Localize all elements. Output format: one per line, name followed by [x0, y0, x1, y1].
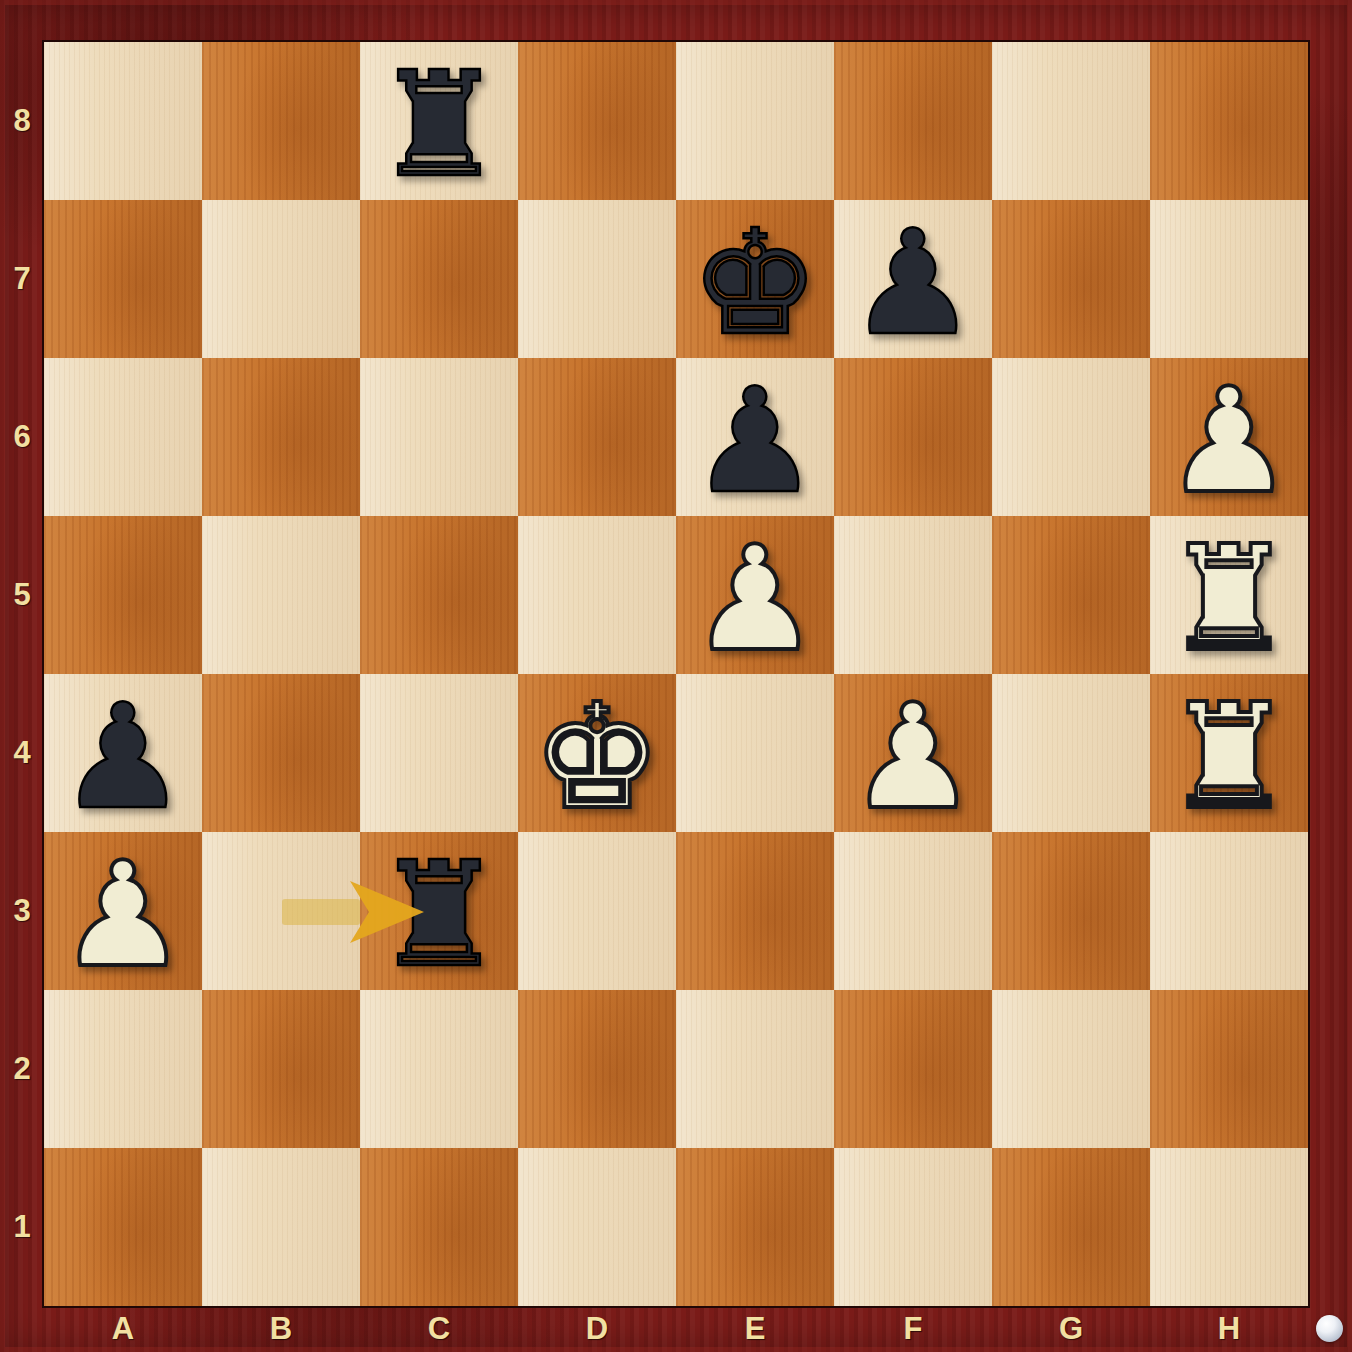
chess-board: ♜♚♟♟♟♟♜♟♚♟♜♟♜ [44, 42, 1308, 1306]
square-b2[interactable] [202, 990, 360, 1148]
rank-labels: 87654321 [0, 42, 44, 1306]
square-f8[interactable] [834, 42, 992, 200]
white-king[interactable]: ♚ [532, 684, 662, 829]
square-b8[interactable] [202, 42, 360, 200]
white-pawn[interactable]: ♟ [58, 842, 188, 987]
square-e4[interactable] [676, 674, 834, 832]
square-e2[interactable] [676, 990, 834, 1148]
square-g1[interactable] [992, 1148, 1150, 1306]
file-label-c: C [360, 1306, 518, 1352]
square-g2[interactable] [992, 990, 1150, 1148]
square-f6[interactable] [834, 358, 992, 516]
square-e6[interactable]: ♟ [676, 358, 834, 516]
black-pawn[interactable]: ♟ [848, 210, 978, 355]
square-b4[interactable] [202, 674, 360, 832]
square-e5[interactable]: ♟ [676, 516, 834, 674]
square-f5[interactable] [834, 516, 992, 674]
square-d4[interactable]: ♚ [518, 674, 676, 832]
black-pawn[interactable]: ♟ [690, 368, 820, 513]
white-to-move-indicator [1316, 1315, 1343, 1342]
square-c3[interactable]: ♜ [360, 832, 518, 990]
square-a8[interactable] [44, 42, 202, 200]
square-a3[interactable]: ♟ [44, 832, 202, 990]
square-h7[interactable] [1150, 200, 1308, 358]
square-e1[interactable] [676, 1148, 834, 1306]
square-e7[interactable]: ♚ [676, 200, 834, 358]
square-d1[interactable] [518, 1148, 676, 1306]
square-f1[interactable] [834, 1148, 992, 1306]
square-h6[interactable]: ♟ [1150, 358, 1308, 516]
square-b6[interactable] [202, 358, 360, 516]
rank-label-7: 7 [0, 200, 44, 358]
square-b7[interactable] [202, 200, 360, 358]
square-a1[interactable] [44, 1148, 202, 1306]
rank-label-4: 4 [0, 674, 44, 832]
square-c2[interactable] [360, 990, 518, 1148]
white-pawn[interactable]: ♟ [848, 684, 978, 829]
square-c5[interactable] [360, 516, 518, 674]
file-label-h: H [1150, 1306, 1308, 1352]
black-pawn[interactable]: ♟ [58, 684, 188, 829]
file-labels: ABCDEFGH [44, 1306, 1308, 1352]
file-label-g: G [992, 1306, 1150, 1352]
square-a4[interactable]: ♟ [44, 674, 202, 832]
rank-label-5: 5 [0, 516, 44, 674]
square-b1[interactable] [202, 1148, 360, 1306]
file-label-b: B [202, 1306, 360, 1352]
square-d5[interactable] [518, 516, 676, 674]
white-pawn[interactable]: ♟ [1164, 368, 1294, 513]
square-c4[interactable] [360, 674, 518, 832]
board-frame: ♜♚♟♟♟♟♜♟♚♟♜♟♜ 87654321 ABCDEFGH [0, 0, 1352, 1352]
file-label-f: F [834, 1306, 992, 1352]
square-g5[interactable] [992, 516, 1150, 674]
file-label-a: A [44, 1306, 202, 1352]
square-d7[interactable] [518, 200, 676, 358]
square-e8[interactable] [676, 42, 834, 200]
square-a7[interactable] [44, 200, 202, 358]
square-g3[interactable] [992, 832, 1150, 990]
rank-label-2: 2 [0, 990, 44, 1148]
black-rook[interactable]: ♜ [374, 842, 504, 987]
square-a5[interactable] [44, 516, 202, 674]
square-d8[interactable] [518, 42, 676, 200]
black-rook[interactable]: ♜ [374, 52, 504, 197]
square-c1[interactable] [360, 1148, 518, 1306]
rank-label-1: 1 [0, 1148, 44, 1306]
square-f2[interactable] [834, 990, 992, 1148]
square-g4[interactable] [992, 674, 1150, 832]
white-rook[interactable]: ♜ [1164, 526, 1294, 671]
square-h4[interactable]: ♜ [1150, 674, 1308, 832]
square-c6[interactable] [360, 358, 518, 516]
white-pawn[interactable]: ♟ [690, 526, 820, 671]
square-f7[interactable]: ♟ [834, 200, 992, 358]
black-king[interactable]: ♚ [690, 210, 820, 355]
square-d2[interactable] [518, 990, 676, 1148]
square-d6[interactable] [518, 358, 676, 516]
square-h3[interactable] [1150, 832, 1308, 990]
square-h1[interactable] [1150, 1148, 1308, 1306]
square-b5[interactable] [202, 516, 360, 674]
rank-label-8: 8 [0, 42, 44, 200]
file-label-d: D [518, 1306, 676, 1352]
square-b3[interactable] [202, 832, 360, 990]
square-g6[interactable] [992, 358, 1150, 516]
square-h8[interactable] [1150, 42, 1308, 200]
square-g8[interactable] [992, 42, 1150, 200]
square-a6[interactable] [44, 358, 202, 516]
rank-label-6: 6 [0, 358, 44, 516]
square-c7[interactable] [360, 200, 518, 358]
square-h2[interactable] [1150, 990, 1308, 1148]
square-d3[interactable] [518, 832, 676, 990]
square-g7[interactable] [992, 200, 1150, 358]
square-a2[interactable] [44, 990, 202, 1148]
rank-label-3: 3 [0, 832, 44, 990]
square-h5[interactable]: ♜ [1150, 516, 1308, 674]
file-label-e: E [676, 1306, 834, 1352]
square-e3[interactable] [676, 832, 834, 990]
white-rook[interactable]: ♜ [1164, 684, 1294, 829]
square-f4[interactable]: ♟ [834, 674, 992, 832]
square-f3[interactable] [834, 832, 992, 990]
square-c8[interactable]: ♜ [360, 42, 518, 200]
